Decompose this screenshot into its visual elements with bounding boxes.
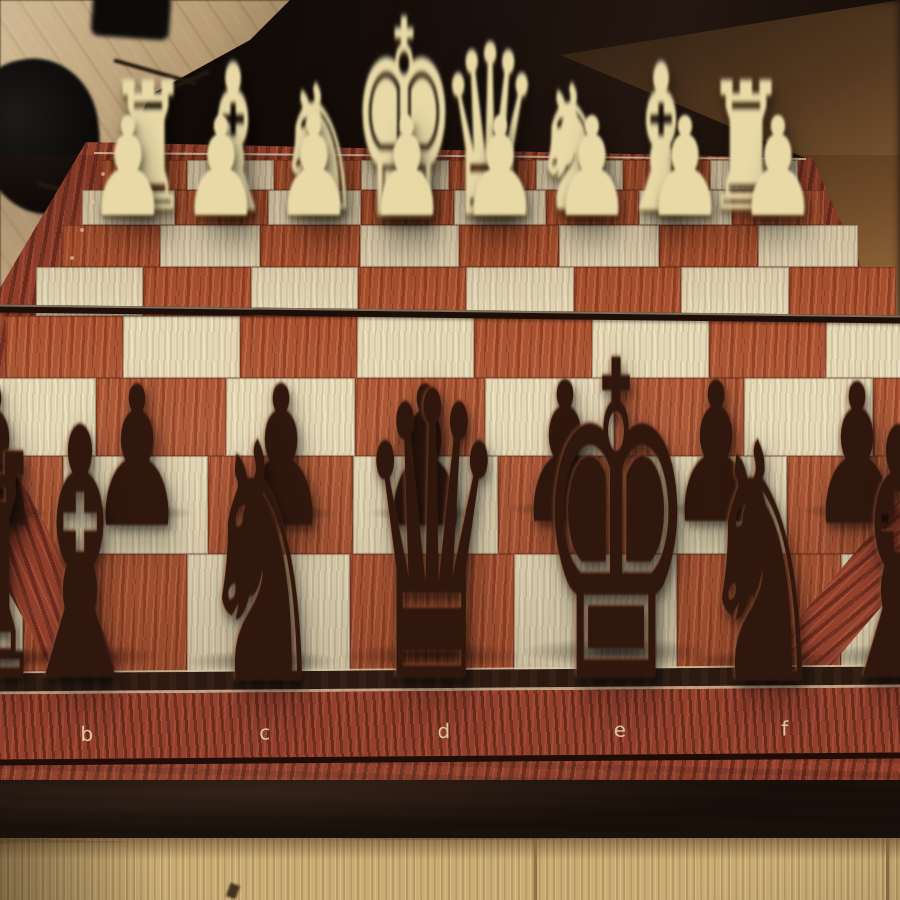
dark-object bbox=[90, 0, 171, 41]
black-queen-d8: ♛ bbox=[358, 343, 506, 739]
white-pawn-f2: ♟ bbox=[553, 101, 632, 237]
white-pawn-h2: ♟ bbox=[739, 101, 818, 237]
white-pawn-g2: ♟ bbox=[646, 101, 725, 237]
square-h4 bbox=[789, 267, 897, 316]
chess-set-photo: bcdef ♜♝♞♚♛♞♝♜♟♟♟♟♟♟♟♟♟♟♟♟♟♟♟♟♜♝♞♛♚♞♝♜ bbox=[0, 0, 900, 900]
black-knight-f8: ♞ bbox=[699, 402, 825, 731]
nail-dot bbox=[60, 284, 64, 288]
square-g4 bbox=[681, 267, 789, 316]
nail-dot bbox=[70, 256, 74, 260]
nail-dot bbox=[80, 228, 84, 232]
white-pawn-b2: ♟ bbox=[182, 101, 261, 237]
black-knight-c8: ♞ bbox=[199, 402, 325, 731]
black-bishop-b8: ♝ bbox=[13, 384, 147, 729]
white-pawn-e2: ♟ bbox=[461, 101, 540, 237]
black-bishop-g8: ♝ bbox=[831, 384, 900, 729]
board-front-face bbox=[0, 758, 900, 843]
white-pawn-d2: ♟ bbox=[368, 101, 447, 237]
white-pawn-a2: ♟ bbox=[89, 101, 168, 237]
black-king-e8: ♚ bbox=[538, 306, 695, 744]
white-pawn-c2: ♟ bbox=[275, 101, 354, 237]
